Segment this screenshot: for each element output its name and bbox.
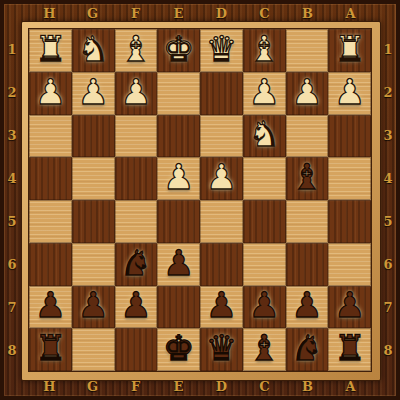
- square-f7[interactable]: ♟: [115, 286, 158, 329]
- square-e1[interactable]: ♚: [157, 29, 200, 72]
- square-c3[interactable]: ♞: [243, 115, 286, 158]
- white-bishop-c1[interactable]: ♝: [248, 32, 279, 67]
- square-f6[interactable]: ♞: [115, 243, 158, 286]
- white-pawn-c2[interactable]: ♟: [248, 75, 279, 110]
- square-a7[interactable]: ♟: [328, 286, 371, 329]
- rank-labels-left: 12345678: [3, 28, 21, 372]
- rank-labels-right: 12345678: [379, 28, 397, 372]
- square-a8[interactable]: ♜: [328, 328, 371, 371]
- white-king-e1[interactable]: ♚: [163, 32, 194, 67]
- black-pawn-e6[interactable]: ♟: [163, 246, 194, 281]
- square-b5[interactable]: [286, 200, 329, 243]
- file-label-f: F: [114, 4, 157, 22]
- square-d6[interactable]: [200, 243, 243, 286]
- square-h4[interactable]: [29, 157, 72, 200]
- square-g3[interactable]: [72, 115, 115, 158]
- square-h1[interactable]: ♜: [29, 29, 72, 72]
- square-a6[interactable]: [328, 243, 371, 286]
- rank-label-2: 2: [379, 71, 397, 114]
- file-label-f: F: [114, 377, 157, 396]
- square-f5[interactable]: [115, 200, 158, 243]
- file-label-g: G: [71, 4, 114, 22]
- square-b7[interactable]: ♟: [286, 286, 329, 329]
- square-b6[interactable]: [286, 243, 329, 286]
- square-f4[interactable]: [115, 157, 158, 200]
- file-label-h: H: [28, 377, 71, 396]
- file-label-c: C: [243, 4, 286, 22]
- black-queen-d8[interactable]: ♛: [206, 331, 237, 366]
- square-a5[interactable]: [328, 200, 371, 243]
- square-f1[interactable]: ♝: [115, 29, 158, 72]
- rank-label-3: 3: [379, 114, 397, 157]
- black-pawn-c7[interactable]: ♟: [248, 288, 279, 323]
- square-g8[interactable]: [72, 328, 115, 371]
- file-label-h: H: [28, 4, 71, 22]
- square-e8[interactable]: ♚: [157, 328, 200, 371]
- white-knight-c3[interactable]: ♞: [248, 117, 279, 152]
- square-b8[interactable]: ♞: [286, 328, 329, 371]
- rank-label-4: 4: [3, 157, 21, 200]
- file-label-a: A: [329, 4, 372, 22]
- square-d2[interactable]: [200, 72, 243, 115]
- square-d3[interactable]: [200, 115, 243, 158]
- square-b1[interactable]: [286, 29, 329, 72]
- rank-label-5: 5: [379, 200, 397, 243]
- square-g1[interactable]: ♞: [72, 29, 115, 72]
- black-knight-f6[interactable]: ♞: [120, 246, 151, 281]
- square-h3[interactable]: [29, 115, 72, 158]
- white-pawn-f2[interactable]: ♟: [120, 75, 151, 110]
- black-pawn-b7[interactable]: ♟: [291, 288, 322, 323]
- square-c6[interactable]: [243, 243, 286, 286]
- square-e5[interactable]: [157, 200, 200, 243]
- white-pawn-b2[interactable]: ♟: [291, 75, 322, 110]
- file-label-e: E: [157, 377, 200, 396]
- black-pawn-a7[interactable]: ♟: [334, 288, 365, 323]
- square-f8[interactable]: [115, 328, 158, 371]
- rank-label-6: 6: [3, 243, 21, 286]
- square-e6[interactable]: ♟: [157, 243, 200, 286]
- white-rook-a1[interactable]: ♜: [334, 32, 365, 67]
- square-d1[interactable]: ♛: [200, 29, 243, 72]
- square-d5[interactable]: [200, 200, 243, 243]
- file-label-a: A: [329, 377, 372, 396]
- square-b4[interactable]: ♝: [286, 157, 329, 200]
- rank-label-1: 1: [3, 28, 21, 71]
- rank-label-2: 2: [3, 71, 21, 114]
- square-g7[interactable]: ♟: [72, 286, 115, 329]
- square-a1[interactable]: ♜: [328, 29, 371, 72]
- square-h5[interactable]: [29, 200, 72, 243]
- rank-label-6: 6: [379, 243, 397, 286]
- black-pawn-h7[interactable]: ♟: [35, 288, 66, 323]
- square-h7[interactable]: ♟: [29, 286, 72, 329]
- rank-label-7: 7: [3, 286, 21, 329]
- black-knight-b8[interactable]: ♞: [291, 331, 322, 366]
- black-rook-h8[interactable]: ♜: [35, 331, 66, 366]
- rank-label-7: 7: [379, 286, 397, 329]
- file-label-d: D: [200, 4, 243, 22]
- square-d8[interactable]: ♛: [200, 328, 243, 371]
- square-e2[interactable]: [157, 72, 200, 115]
- white-knight-g1[interactable]: ♞: [77, 32, 108, 67]
- file-labels-bottom: HGFEDCBA: [28, 377, 372, 396]
- file-label-d: D: [200, 377, 243, 396]
- white-bishop-f1[interactable]: ♝: [120, 32, 151, 67]
- file-label-b: B: [286, 377, 329, 396]
- white-pawn-e4[interactable]: ♟: [163, 160, 194, 195]
- rank-label-8: 8: [3, 329, 21, 372]
- square-h6[interactable]: [29, 243, 72, 286]
- square-b3[interactable]: [286, 115, 329, 158]
- square-c8[interactable]: ♝: [243, 328, 286, 371]
- square-b2[interactable]: ♟: [286, 72, 329, 115]
- rank-label-5: 5: [3, 200, 21, 243]
- square-g5[interactable]: [72, 200, 115, 243]
- white-pawn-h2[interactable]: ♟: [35, 75, 66, 110]
- square-c4[interactable]: [243, 157, 286, 200]
- chess-board-frame: HGFEDCBA HGFEDCBA 12345678 12345678 ♜♞♝♚…: [0, 0, 400, 400]
- square-e4[interactable]: ♟: [157, 157, 200, 200]
- white-pawn-g2[interactable]: ♟: [77, 75, 108, 110]
- file-label-e: E: [157, 4, 200, 22]
- square-a2[interactable]: ♟: [328, 72, 371, 115]
- rank-label-1: 1: [379, 28, 397, 71]
- chess-board: ♜♞♝♚♛♝♜♟♟♟♟♟♟♞♟♟♝♞♟♟♟♟♟♟♟♟♜♚♛♝♞♜: [28, 28, 372, 372]
- square-c1[interactable]: ♝: [243, 29, 286, 72]
- square-a3[interactable]: [328, 115, 371, 158]
- square-d4[interactable]: ♟: [200, 157, 243, 200]
- black-rook-a8[interactable]: ♜: [334, 331, 365, 366]
- square-g6[interactable]: [72, 243, 115, 286]
- file-label-c: C: [243, 377, 286, 396]
- rank-label-8: 8: [379, 329, 397, 372]
- file-label-g: G: [71, 377, 114, 396]
- white-queen-d1[interactable]: ♛: [206, 32, 237, 67]
- file-label-b: B: [286, 4, 329, 22]
- black-pawn-f7[interactable]: ♟: [120, 288, 151, 323]
- black-king-e8[interactable]: ♚: [163, 331, 194, 366]
- square-e7[interactable]: [157, 286, 200, 329]
- square-f3[interactable]: [115, 115, 158, 158]
- square-f2[interactable]: ♟: [115, 72, 158, 115]
- black-pawn-d7[interactable]: ♟: [206, 288, 237, 323]
- square-c7[interactable]: ♟: [243, 286, 286, 329]
- black-bishop-c8[interactable]: ♝: [248, 331, 279, 366]
- white-pawn-d4[interactable]: ♟: [206, 160, 237, 195]
- white-rook-h1[interactable]: ♜: [35, 32, 66, 67]
- rank-label-4: 4: [379, 157, 397, 200]
- square-g4[interactable]: [72, 157, 115, 200]
- square-c2[interactable]: ♟: [243, 72, 286, 115]
- square-c5[interactable]: [243, 200, 286, 243]
- black-bishop-b4[interactable]: ♝: [291, 160, 322, 195]
- square-h2[interactable]: ♟: [29, 72, 72, 115]
- rank-label-3: 3: [3, 114, 21, 157]
- square-g2[interactable]: ♟: [72, 72, 115, 115]
- square-a4[interactable]: [328, 157, 371, 200]
- black-pawn-g7[interactable]: ♟: [77, 288, 108, 323]
- square-e3[interactable]: [157, 115, 200, 158]
- white-pawn-a2[interactable]: ♟: [334, 75, 365, 110]
- file-labels-top: HGFEDCBA: [28, 4, 372, 22]
- square-h8[interactable]: ♜: [29, 328, 72, 371]
- square-d7[interactable]: ♟: [200, 286, 243, 329]
